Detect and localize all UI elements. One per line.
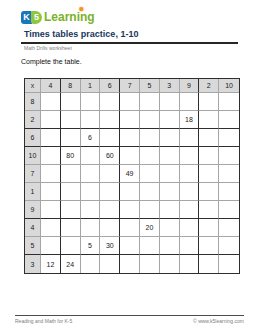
grid-col-header: 2	[199, 79, 219, 93]
instruction-text: Complete the table.	[21, 58, 82, 65]
grid-cell[interactable]	[160, 93, 180, 111]
title-block: Times tables practice, 1-10	[21, 29, 238, 44]
grid-cell[interactable]	[160, 201, 180, 219]
grid-col-header: 3	[160, 79, 180, 93]
grid-row-header: 8	[25, 93, 41, 111]
grid-row-header: 4	[25, 219, 41, 237]
grid-cell[interactable]	[81, 93, 101, 111]
grid-cell[interactable]: 20	[140, 219, 160, 237]
grid-cell[interactable]	[180, 255, 200, 273]
grid-cell[interactable]	[100, 183, 120, 201]
grid-cell[interactable]	[140, 111, 160, 129]
grid-cell[interactable]	[219, 219, 239, 237]
footer-copyright: © www.k5learning.com	[193, 318, 244, 324]
grid-cell[interactable]	[140, 237, 160, 255]
grid-cell[interactable]	[160, 165, 180, 183]
page-title: Times tables practice, 1-10	[24, 29, 238, 39]
grid-col-header: 6	[100, 79, 120, 93]
grid-cell[interactable]	[41, 237, 61, 255]
grid-cell[interactable]	[41, 129, 61, 147]
grid-cell[interactable]	[180, 237, 200, 255]
grid-cell[interactable]	[219, 111, 239, 129]
grid-cell[interactable]	[199, 111, 219, 129]
grid-cell[interactable]	[219, 165, 239, 183]
grid-cell[interactable]	[180, 201, 200, 219]
footer-divider	[15, 315, 244, 316]
grid-cell[interactable]	[219, 183, 239, 201]
grid-cell[interactable]	[180, 183, 200, 201]
sun-icon: ✹	[78, 6, 85, 14]
grid-cell[interactable]	[219, 201, 239, 219]
grid-cell[interactable]	[100, 219, 120, 237]
k5-badge: K 5	[21, 11, 42, 24]
grid-col-header: 10	[219, 79, 239, 93]
grid-cell[interactable]	[61, 219, 81, 237]
grid-row-header: 2	[25, 111, 41, 129]
grid-cell[interactable]	[61, 237, 81, 255]
grid-cell[interactable]	[120, 129, 140, 147]
footer-tagline: Reading and Math for K-5	[15, 318, 72, 324]
grid-cell[interactable]	[100, 129, 120, 147]
k5-learning-logo: K 5 Learning ✹	[21, 8, 95, 26]
grid-cell[interactable]	[41, 147, 61, 165]
grid-cell[interactable]	[61, 165, 81, 183]
grid-cell[interactable]: 5	[81, 237, 101, 255]
grid-cell[interactable]	[180, 129, 200, 147]
grid-cell[interactable]	[140, 201, 160, 219]
grid-cell[interactable]	[100, 255, 120, 273]
grid-row-header: 10	[25, 147, 41, 165]
grid-cell[interactable]	[140, 93, 160, 111]
grid-col-header: 8	[61, 79, 81, 93]
grid-col-header: 1	[81, 79, 101, 93]
grid-cell[interactable]	[41, 93, 61, 111]
grid-cell[interactable]	[160, 255, 180, 273]
grid-row-header: 6	[25, 129, 41, 147]
grid-cell[interactable]	[140, 147, 160, 165]
grid-cell[interactable]	[180, 165, 200, 183]
grid-cell[interactable]	[100, 93, 120, 111]
grid-cell[interactable]	[219, 129, 239, 147]
grid-cell[interactable]	[120, 93, 140, 111]
page-subtitle: Math Drills worksheet	[24, 45, 72, 51]
grid-cell[interactable]	[41, 219, 61, 237]
grid-cell[interactable]	[81, 201, 101, 219]
grid-row-header: 3	[25, 255, 41, 273]
grid-row-header: 9	[25, 201, 41, 219]
grid-cell[interactable]: 49	[120, 165, 140, 183]
grid-col-header: 4	[41, 79, 61, 93]
grid-cell[interactable]	[100, 111, 120, 129]
times-table-grid: x481675392108218661080607491942055303122…	[24, 78, 240, 274]
grid-cell[interactable]	[140, 183, 160, 201]
grid-cell[interactable]: 6	[81, 129, 101, 147]
grid-cell[interactable]	[41, 165, 61, 183]
grid-col-header: 9	[180, 79, 200, 93]
grid-cell[interactable]	[199, 219, 219, 237]
logo-word-text: Learning	[44, 10, 95, 24]
grid-cell[interactable]	[199, 237, 219, 255]
grid-cell[interactable]	[120, 201, 140, 219]
grid-cell[interactable]: 60	[100, 147, 120, 165]
grid-cell[interactable]	[180, 93, 200, 111]
grid-cell[interactable]: 12	[41, 255, 61, 273]
grid-cell[interactable]	[140, 129, 160, 147]
grid-cell[interactable]	[120, 237, 140, 255]
grid-cell[interactable]	[180, 147, 200, 165]
grid-cell[interactable]	[219, 147, 239, 165]
grid-cell[interactable]	[100, 201, 120, 219]
grid-cell[interactable]	[81, 111, 101, 129]
grid-cell[interactable]	[41, 201, 61, 219]
grid-corner-multiply-sign: x	[25, 79, 41, 93]
grid-cell[interactable]: 18	[180, 111, 200, 129]
grid-cell[interactable]	[199, 147, 219, 165]
grid-row-header: 5	[25, 237, 41, 255]
grid-cell[interactable]	[61, 129, 81, 147]
grid-cell[interactable]	[199, 93, 219, 111]
grid-cell[interactable]	[140, 165, 160, 183]
grid-row-header: 7	[25, 165, 41, 183]
grid-cell[interactable]	[219, 255, 239, 273]
grid-cell[interactable]	[160, 111, 180, 129]
grid-cell[interactable]	[61, 183, 81, 201]
grid-cell[interactable]	[41, 111, 61, 129]
grid-cell[interactable]	[160, 147, 180, 165]
grid-cell[interactable]	[199, 183, 219, 201]
logo-digit-5: 5	[31, 11, 42, 24]
grid-cell[interactable]	[41, 183, 61, 201]
grid-cell[interactable]	[120, 219, 140, 237]
grid-cell[interactable]	[81, 183, 101, 201]
grid-cell[interactable]	[120, 255, 140, 273]
grid-cell[interactable]	[61, 111, 81, 129]
grid-cell[interactable]	[100, 165, 120, 183]
grid-row-header: 1	[25, 183, 41, 201]
grid-cell[interactable]	[81, 219, 101, 237]
grid-col-header: 7	[120, 79, 140, 93]
grid-cell[interactable]	[81, 255, 101, 273]
worksheet-page: K 5 Learning ✹ Times tables practice, 1-…	[0, 0, 259, 335]
grid-cell[interactable]	[160, 129, 180, 147]
grid-cell[interactable]: 30	[100, 237, 120, 255]
grid-cell[interactable]	[81, 165, 101, 183]
grid-cell[interactable]	[160, 237, 180, 255]
grid-cell[interactable]	[180, 219, 200, 237]
grid-cell[interactable]	[199, 165, 219, 183]
grid-col-header: 5	[140, 79, 160, 93]
grid-cell[interactable]	[120, 147, 140, 165]
grid-cell[interactable]	[81, 147, 101, 165]
grid-cell[interactable]	[61, 201, 81, 219]
logo-wordmark: Learning ✹	[44, 10, 95, 24]
grid-cell[interactable]: 24	[61, 255, 81, 273]
grid-cell[interactable]	[120, 183, 140, 201]
grid-cell[interactable]	[120, 111, 140, 129]
grid-cell[interactable]	[199, 255, 219, 273]
grid-cell[interactable]: 80	[61, 147, 81, 165]
grid-cell[interactable]	[61, 93, 81, 111]
grid-cell[interactable]	[219, 237, 239, 255]
grid-cell[interactable]	[160, 219, 180, 237]
grid-cell[interactable]	[199, 129, 219, 147]
grid-cell[interactable]	[219, 93, 239, 111]
grid-cell[interactable]	[199, 201, 219, 219]
grid-cell[interactable]	[160, 183, 180, 201]
grid-cell[interactable]	[140, 255, 160, 273]
